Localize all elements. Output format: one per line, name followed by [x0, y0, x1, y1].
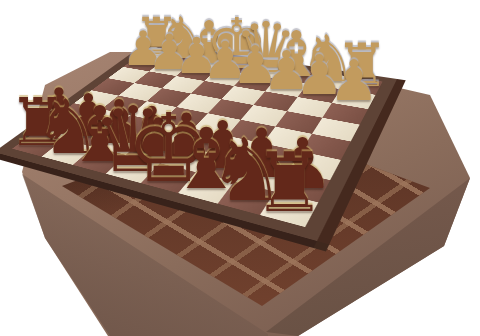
piece-black-pawn[interactable]: ♟ — [329, 53, 379, 109]
chess-set-photo: ♜♞♝♚♛♝♞♜♟♟♟♟♟♟♟♟♟♟♟♟♟♟♟♟♜♞♝♛♚♝♞♜ — [0, 0, 480, 336]
piece-white-rook[interactable]: ♜ — [253, 142, 326, 224]
